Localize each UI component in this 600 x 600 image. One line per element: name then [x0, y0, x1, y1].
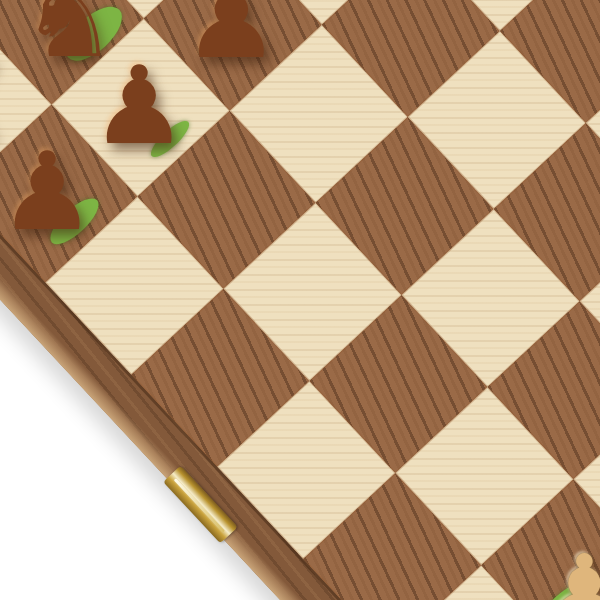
piece-white-pawn-b2[interactable]: ♟	[538, 541, 600, 600]
chessboard: ♜♞♟♟♟♟	[0, 0, 600, 600]
chessboard-frame: ♜♞♟♟♟♟	[0, 0, 600, 600]
chessboard-photo-stage: ♜♞♟♟♟♟	[0, 0, 600, 600]
piece-black-pawn-b7[interactable]: ♟	[91, 52, 188, 160]
piece-black-pawn-c7[interactable]: ♟	[183, 0, 280, 74]
piece-black-pawn-a7[interactable]: ♟	[0, 138, 96, 246]
